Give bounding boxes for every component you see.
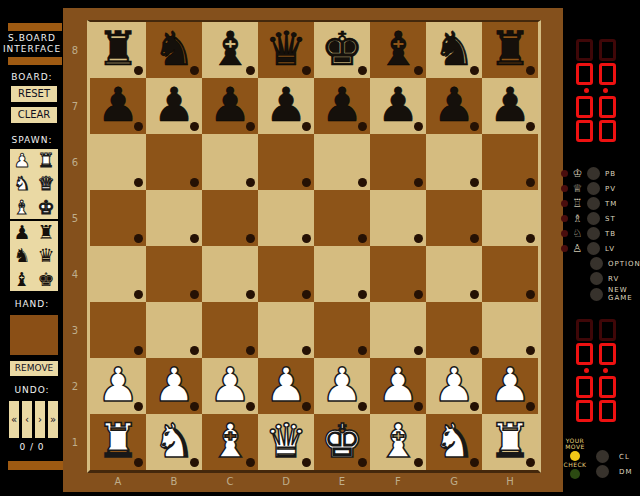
square-c8[interactable]: ♝ (202, 22, 258, 78)
square-sensor-dot-icon (302, 346, 311, 355)
seven-segment-digit-0 (576, 343, 593, 365)
undo-one-button[interactable]: ‹ (22, 401, 32, 438)
spawn-white-rook[interactable]: ♜ (34, 149, 58, 172)
rv-button[interactable] (590, 272, 603, 285)
sidebar-top-bar (8, 23, 62, 31)
square-sensor-dot-icon (470, 458, 479, 467)
seven-segment-digit-0 (576, 120, 593, 142)
file-label-a: A (90, 472, 146, 490)
file-label-c: C (202, 472, 258, 490)
square-b3[interactable] (146, 302, 202, 358)
pv-label: PV (605, 185, 616, 193)
square-sensor-dot-icon (134, 346, 143, 355)
seven-segment-digit-0 (576, 96, 593, 118)
queen-icon: ♕ (571, 182, 584, 195)
square-h2[interactable]: ♟ (482, 358, 538, 414)
square-f3[interactable] (370, 302, 426, 358)
square-c3[interactable] (202, 302, 258, 358)
square-sensor-dot-icon (470, 234, 479, 243)
square-sensor-dot-icon (414, 346, 423, 355)
new-game-button-label: NEW GAME (608, 286, 633, 302)
led-st (561, 215, 568, 222)
hand-section-label: HAND: (0, 299, 64, 310)
square-sensor-dot-icon (190, 122, 199, 131)
square-c4[interactable] (202, 246, 258, 302)
square-c5[interactable] (202, 190, 258, 246)
square-sensor-dot-icon (358, 346, 367, 355)
led-lv (561, 245, 568, 252)
spawn-black-bishop[interactable]: ♝ (10, 268, 34, 291)
seven-segment-digit-0 (599, 63, 616, 85)
st-button[interactable] (587, 212, 600, 225)
square-sensor-dot-icon (470, 346, 479, 355)
spawn-section-label: SPAWN: (0, 135, 64, 146)
undo-all-button[interactable]: « (9, 401, 19, 438)
option-button[interactable] (590, 257, 603, 270)
king-icon: ♔ (571, 167, 584, 180)
square-sensor-dot-icon (526, 290, 535, 299)
check-label: CHECK (563, 462, 586, 468)
rank-label-4: 4 (63, 246, 87, 302)
square-f2[interactable]: ♟ (370, 358, 426, 414)
function-row-pb: ♔PB (561, 166, 617, 181)
function-row-tm: ♖TM (561, 196, 617, 211)
your-move-label: YOUR MOVE (565, 438, 585, 450)
square-sensor-dot-icon (526, 234, 535, 243)
square-a7[interactable]: ♟ (90, 78, 146, 134)
function-row-lv: ♙LV (561, 241, 617, 256)
dm-button[interactable] (596, 465, 609, 478)
spawn-white-grid: ♟♜♞♛♝♚ (10, 149, 58, 219)
square-sensor-dot-icon (526, 402, 535, 411)
square-d3[interactable] (258, 302, 314, 358)
square-h6[interactable] (482, 134, 538, 190)
square-sensor-dot-icon (190, 346, 199, 355)
square-sensor-dot-icon (246, 346, 255, 355)
sidebar-bottom-bar (8, 461, 63, 470)
square-sensor-dot-icon (302, 458, 311, 467)
function-row-st: ♗ST (561, 211, 617, 226)
square-sensor-dot-icon (470, 402, 479, 411)
led-pv (561, 185, 568, 192)
clock-bottom (568, 319, 624, 422)
st-label: ST (605, 215, 616, 223)
square-sensor-dot-icon (246, 122, 255, 131)
spawn-white-queen[interactable]: ♛ (34, 172, 58, 195)
square-d1[interactable]: ♛ (258, 414, 314, 470)
square-e1[interactable]: ♚ (314, 414, 370, 470)
square-sensor-dot-icon (414, 66, 423, 75)
clock-colon (584, 87, 608, 94)
square-sensor-dot-icon (302, 402, 311, 411)
square-f7[interactable]: ♟ (370, 78, 426, 134)
square-b8[interactable]: ♞ (146, 22, 202, 78)
square-a2[interactable]: ♟ (90, 358, 146, 414)
rank-label-3: 3 (63, 302, 87, 358)
option-button-label: OPTION (608, 260, 640, 268)
square-sensor-dot-icon (358, 458, 367, 467)
square-f4[interactable] (370, 246, 426, 302)
square-h7[interactable]: ♟ (482, 78, 538, 134)
dm-button-label: DM (619, 468, 632, 476)
sidebar-divider-bar (8, 57, 62, 65)
square-d6[interactable] (258, 134, 314, 190)
undo-controls: «‹›» (9, 401, 58, 438)
square-c2[interactable]: ♟ (202, 358, 258, 414)
clock-digit-pair (576, 376, 616, 398)
rank-label-2: 2 (63, 358, 87, 414)
check-led (570, 469, 580, 479)
undo-counter: 0 / 0 (0, 442, 64, 453)
square-sensor-dot-icon (134, 458, 143, 467)
square-sensor-dot-icon (414, 290, 423, 299)
square-sensor-dot-icon (358, 234, 367, 243)
rank-label-1: 1 (63, 414, 87, 470)
square-sensor-dot-icon (134, 234, 143, 243)
spawn-white-pawn[interactable]: ♟ (10, 149, 34, 172)
square-a3[interactable] (90, 302, 146, 358)
square-a8[interactable]: ♜ (90, 22, 146, 78)
cl-button-label: CL (619, 453, 630, 461)
square-sensor-dot-icon (190, 458, 199, 467)
app-title: S.BOARD INTERFACE (0, 33, 64, 55)
new-game-button-row: NEW GAME (561, 286, 640, 302)
redo-all-button[interactable]: » (48, 401, 58, 438)
square-c6[interactable] (202, 134, 258, 190)
file-label-b: B (146, 472, 202, 490)
square-sensor-dot-icon (414, 122, 423, 131)
knight-icon: ♘ (571, 227, 584, 240)
square-b1[interactable]: ♞ (146, 414, 202, 470)
clock-digit-pair (576, 319, 616, 341)
dm-button-row: DM (593, 464, 632, 479)
clock-colon (584, 367, 608, 374)
seven-segment-digit-0 (576, 63, 593, 85)
file-label-g: G (426, 472, 482, 490)
square-sensor-dot-icon (470, 178, 479, 187)
square-f6[interactable] (370, 134, 426, 190)
square-sensor-dot-icon (414, 234, 423, 243)
function-row-pv: ♕PV (561, 181, 617, 196)
square-sensor-dot-icon (358, 66, 367, 75)
lv-button[interactable] (587, 242, 600, 255)
square-sensor-dot-icon (246, 66, 255, 75)
seven-segment-digit-0 (599, 319, 616, 341)
rank-label-8: 8 (63, 22, 87, 78)
rook-icon: ♖ (571, 197, 584, 210)
square-b2[interactable]: ♟ (146, 358, 202, 414)
square-g2[interactable]: ♟ (426, 358, 482, 414)
led-tm (561, 200, 568, 207)
tm-label: TM (605, 200, 617, 208)
square-f8[interactable]: ♝ (370, 22, 426, 78)
square-sensor-dot-icon (190, 234, 199, 243)
rank-label-7: 7 (63, 78, 87, 134)
square-sensor-dot-icon (414, 458, 423, 467)
square-sensor-dot-icon (190, 66, 199, 75)
file-labels: ABCDEFGH (90, 472, 538, 490)
clock-digit-pair (576, 343, 616, 365)
square-e6[interactable] (314, 134, 370, 190)
square-g7[interactable]: ♟ (426, 78, 482, 134)
square-sensor-dot-icon (470, 122, 479, 131)
square-sensor-dot-icon (246, 234, 255, 243)
seven-segment-digit-0 (576, 376, 593, 398)
square-h8[interactable]: ♜ (482, 22, 538, 78)
remove-button[interactable]: REMOVE (10, 361, 58, 376)
spawn-white-knight[interactable]: ♞ (10, 172, 34, 195)
square-h3[interactable] (482, 302, 538, 358)
square-b5[interactable] (146, 190, 202, 246)
square-h1[interactable]: ♜ (482, 414, 538, 470)
square-g3[interactable] (426, 302, 482, 358)
square-sensor-dot-icon (134, 178, 143, 187)
seven-segment-digit-0 (599, 400, 616, 422)
tb-label: TB (605, 230, 616, 238)
square-d5[interactable] (258, 190, 314, 246)
square-sensor-dot-icon (190, 402, 199, 411)
square-e7[interactable]: ♟ (314, 78, 370, 134)
function-row-tb: ♘TB (561, 226, 617, 241)
square-f5[interactable] (370, 190, 426, 246)
your-move-led (570, 451, 580, 461)
square-h4[interactable] (482, 246, 538, 302)
redo-one-button[interactable]: › (35, 401, 45, 438)
rank-labels: 87654321 (63, 22, 87, 470)
file-label-h: H (482, 472, 538, 490)
square-e3[interactable] (314, 302, 370, 358)
clock-digit-pair (576, 96, 616, 118)
menu-button-list: OPTIONRVNEW GAME (561, 256, 640, 302)
seven-segment-digit-0 (599, 120, 616, 142)
rank-label-6: 6 (63, 134, 87, 190)
new-game-button[interactable] (590, 288, 603, 301)
bishop-icon: ♗ (571, 212, 584, 225)
square-sensor-dot-icon (134, 290, 143, 299)
cl-button-row: CL (593, 449, 630, 464)
seven-segment-digit-0 (599, 376, 616, 398)
spawn-white-bishop[interactable]: ♝ (10, 196, 34, 219)
square-c1[interactable]: ♝ (202, 414, 258, 470)
clock-digit-pair (576, 120, 616, 142)
square-g1[interactable]: ♞ (426, 414, 482, 470)
clock-digit-pair (576, 400, 616, 422)
square-b4[interactable] (146, 246, 202, 302)
spawn-black-rook[interactable]: ♜ (34, 221, 58, 244)
square-sensor-dot-icon (246, 290, 255, 299)
cl-button[interactable] (596, 450, 609, 463)
square-sensor-dot-icon (526, 346, 535, 355)
rank-label-5: 5 (63, 190, 87, 246)
clock-digit-pair (576, 39, 616, 61)
square-sensor-dot-icon (302, 122, 311, 131)
square-sensor-dot-icon (526, 178, 535, 187)
seven-segment-digit-0 (599, 96, 616, 118)
lv-label: LV (605, 245, 615, 253)
clock-digit-pair (576, 63, 616, 85)
option-button-row: OPTION (561, 256, 640, 271)
file-label-d: D (258, 472, 314, 490)
square-sensor-dot-icon (190, 290, 199, 299)
square-sensor-dot-icon (358, 402, 367, 411)
spawn-white-king[interactable]: ♚ (34, 196, 58, 219)
square-sensor-dot-icon (414, 402, 423, 411)
square-g8[interactable]: ♞ (426, 22, 482, 78)
square-d2[interactable]: ♟ (258, 358, 314, 414)
hand-slot[interactable] (10, 315, 58, 355)
square-e5[interactable] (314, 190, 370, 246)
square-c7[interactable]: ♟ (202, 78, 258, 134)
square-sensor-dot-icon (134, 122, 143, 131)
tb-button[interactable] (587, 227, 600, 240)
seven-segment-digit-0 (576, 319, 593, 341)
square-h5[interactable] (482, 190, 538, 246)
square-sensor-dot-icon (302, 290, 311, 299)
square-sensor-dot-icon (134, 402, 143, 411)
square-sensor-dot-icon (302, 178, 311, 187)
square-sensor-dot-icon (302, 66, 311, 75)
clear-button[interactable]: CLEAR (11, 107, 57, 123)
led-tb (561, 230, 568, 237)
square-sensor-dot-icon (358, 290, 367, 299)
square-sensor-dot-icon (190, 178, 199, 187)
square-a5[interactable] (90, 190, 146, 246)
file-label-f: F (370, 472, 426, 490)
chess-board: ♜♞♝♛♚♝♞♜♟♟♟♟♟♟♟♟♟♟♟♟♟♟♟♟♜♞♝♛♚♝♞♜ (87, 20, 541, 473)
square-b7[interactable]: ♟ (146, 78, 202, 134)
rv-button-row: RV (561, 271, 640, 286)
square-sensor-dot-icon (134, 66, 143, 75)
board-section-label: BOARD: (0, 72, 64, 83)
chess-computer-interface: S.BOARD INTERFACE BOARD: RESET CLEAR SPA… (0, 0, 640, 496)
pawn-icon: ♙ (571, 242, 584, 255)
seven-segment-digit-0 (599, 39, 616, 61)
pv-button[interactable] (587, 182, 600, 195)
square-sensor-dot-icon (246, 458, 255, 467)
square-a1[interactable]: ♜ (90, 414, 146, 470)
pb-label: PB (605, 170, 616, 178)
file-label-e: E (314, 472, 370, 490)
seven-segment-digit-0 (599, 343, 616, 365)
square-e2[interactable]: ♟ (314, 358, 370, 414)
square-sensor-dot-icon (302, 234, 311, 243)
square-sensor-dot-icon (470, 66, 479, 75)
square-sensor-dot-icon (526, 458, 535, 467)
undo-section-label: UNDO: (0, 385, 64, 396)
square-sensor-dot-icon (358, 122, 367, 131)
square-f1[interactable]: ♝ (370, 414, 426, 470)
square-g5[interactable] (426, 190, 482, 246)
square-sensor-dot-icon (414, 178, 423, 187)
square-sensor-dot-icon (246, 402, 255, 411)
clock-top (568, 39, 624, 142)
spawn-black-grid: ♟♜♞♛♝♚ (10, 221, 58, 291)
reset-button[interactable]: RESET (11, 86, 57, 102)
square-sensor-dot-icon (470, 290, 479, 299)
spawn-black-queen[interactable]: ♛ (34, 244, 58, 267)
square-sensor-dot-icon (526, 122, 535, 131)
square-d8[interactable]: ♛ (258, 22, 314, 78)
square-sensor-dot-icon (246, 178, 255, 187)
spawn-black-king[interactable]: ♚ (34, 268, 58, 291)
spawn-black-pawn[interactable]: ♟ (10, 221, 34, 244)
square-d7[interactable]: ♟ (258, 78, 314, 134)
square-e8[interactable]: ♚ (314, 22, 370, 78)
function-button-list: ♔PB♕PV♖TM♗ST♘TB♙LV (561, 166, 617, 256)
square-sensor-dot-icon (358, 178, 367, 187)
pb-button[interactable] (587, 167, 600, 180)
led-pb (561, 170, 568, 177)
square-g4[interactable] (426, 246, 482, 302)
square-g6[interactable] (426, 134, 482, 190)
seven-segment-digit-0 (576, 400, 593, 422)
square-a4[interactable] (90, 246, 146, 302)
rv-button-label: RV (608, 275, 619, 283)
square-a6[interactable] (90, 134, 146, 190)
status-indicators: YOUR MOVE CHECK (561, 438, 589, 480)
square-b6[interactable] (146, 134, 202, 190)
spawn-black-knight[interactable]: ♞ (10, 244, 34, 267)
square-sensor-dot-icon (526, 66, 535, 75)
square-d4[interactable] (258, 246, 314, 302)
seven-segment-digit-0 (576, 39, 593, 61)
square-e4[interactable] (314, 246, 370, 302)
tm-button[interactable] (587, 197, 600, 210)
